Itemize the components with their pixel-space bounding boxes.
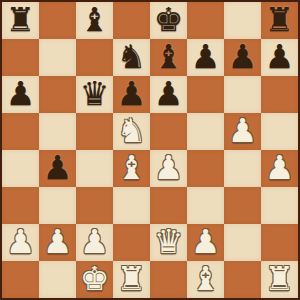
square-c5[interactable] (76, 113, 113, 150)
white-pawn-icon: ♟ (228, 114, 258, 147)
square-b8[interactable] (39, 2, 76, 39)
square-d8[interactable] (113, 2, 150, 39)
square-d2[interactable] (113, 224, 150, 261)
square-a3[interactable] (2, 187, 39, 224)
white-pawn-icon: ♟ (265, 151, 295, 184)
black-queen-icon: ♛ (80, 77, 110, 110)
white-queen-icon: ♛ (154, 225, 184, 258)
square-c4[interactable] (76, 150, 113, 187)
square-b3[interactable] (39, 187, 76, 224)
square-f4[interactable] (187, 150, 224, 187)
black-pawn-icon: ♟ (191, 40, 221, 73)
white-knight-icon: ♞ (117, 114, 147, 147)
square-c8[interactable]: ♝ (76, 2, 113, 39)
white-rook-icon: ♜ (117, 262, 147, 295)
square-a8[interactable]: ♜ (2, 2, 39, 39)
square-g7[interactable]: ♟ (224, 39, 261, 76)
square-d3[interactable] (113, 187, 150, 224)
chess-board: ♜♝♚♜♞♝♟♟♟♟♛♟♟♞♟♟♝♟♟♟♟♟♛♟♚♜♝♜ (0, 0, 300, 300)
square-h2[interactable] (261, 224, 298, 261)
black-bishop-icon: ♝ (154, 40, 184, 73)
square-f6[interactable] (187, 76, 224, 113)
white-pawn-icon: ♟ (80, 225, 110, 258)
square-b7[interactable] (39, 39, 76, 76)
square-g6[interactable] (224, 76, 261, 113)
square-e4[interactable]: ♟ (150, 150, 187, 187)
white-pawn-icon: ♟ (43, 225, 73, 258)
square-e3[interactable] (150, 187, 187, 224)
square-a2[interactable]: ♟ (2, 224, 39, 261)
square-d7[interactable]: ♞ (113, 39, 150, 76)
square-h8[interactable]: ♜ (261, 2, 298, 39)
square-a7[interactable] (2, 39, 39, 76)
square-b1[interactable] (39, 261, 76, 298)
black-pawn-icon: ♟ (6, 77, 36, 110)
square-a5[interactable] (2, 113, 39, 150)
square-f1[interactable]: ♝ (187, 261, 224, 298)
black-bishop-icon: ♝ (80, 3, 110, 36)
square-h5[interactable] (261, 113, 298, 150)
square-h4[interactable]: ♟ (261, 150, 298, 187)
square-g3[interactable] (224, 187, 261, 224)
white-pawn-icon: ♟ (6, 225, 36, 258)
square-h1[interactable]: ♜ (261, 261, 298, 298)
square-e7[interactable]: ♝ (150, 39, 187, 76)
square-f8[interactable] (187, 2, 224, 39)
black-pawn-icon: ♟ (43, 151, 73, 184)
square-h6[interactable] (261, 76, 298, 113)
white-pawn-icon: ♟ (191, 225, 221, 258)
square-c3[interactable] (76, 187, 113, 224)
square-h3[interactable] (261, 187, 298, 224)
square-f7[interactable]: ♟ (187, 39, 224, 76)
square-d1[interactable]: ♜ (113, 261, 150, 298)
black-knight-icon: ♞ (117, 40, 147, 73)
black-pawn-icon: ♟ (154, 77, 184, 110)
square-b6[interactable] (39, 76, 76, 113)
square-d5[interactable]: ♞ (113, 113, 150, 150)
square-e1[interactable] (150, 261, 187, 298)
black-pawn-icon: ♟ (117, 77, 147, 110)
black-pawn-icon: ♟ (265, 40, 295, 73)
black-rook-icon: ♜ (6, 3, 36, 36)
square-c6[interactable]: ♛ (76, 76, 113, 113)
square-a4[interactable] (2, 150, 39, 187)
square-h7[interactable]: ♟ (261, 39, 298, 76)
square-a1[interactable] (2, 261, 39, 298)
square-c2[interactable]: ♟ (76, 224, 113, 261)
square-f5[interactable] (187, 113, 224, 150)
black-king-icon: ♚ (154, 3, 184, 36)
square-e6[interactable]: ♟ (150, 76, 187, 113)
white-king-icon: ♚ (80, 262, 110, 295)
square-b5[interactable] (39, 113, 76, 150)
square-c1[interactable]: ♚ (76, 261, 113, 298)
square-f3[interactable] (187, 187, 224, 224)
white-pawn-icon: ♟ (154, 151, 184, 184)
square-g2[interactable] (224, 224, 261, 261)
square-d6[interactable]: ♟ (113, 76, 150, 113)
square-a6[interactable]: ♟ (2, 76, 39, 113)
square-e8[interactable]: ♚ (150, 2, 187, 39)
black-rook-icon: ♜ (265, 3, 295, 36)
square-b4[interactable]: ♟ (39, 150, 76, 187)
square-e2[interactable]: ♛ (150, 224, 187, 261)
square-e5[interactable] (150, 113, 187, 150)
square-g4[interactable] (224, 150, 261, 187)
square-g5[interactable]: ♟ (224, 113, 261, 150)
square-f2[interactable]: ♟ (187, 224, 224, 261)
square-c7[interactable] (76, 39, 113, 76)
white-bishop-icon: ♝ (117, 151, 147, 184)
white-rook-icon: ♜ (265, 262, 295, 295)
white-bishop-icon: ♝ (191, 262, 221, 295)
black-pawn-icon: ♟ (228, 40, 258, 73)
square-g1[interactable] (224, 261, 261, 298)
square-d4[interactable]: ♝ (113, 150, 150, 187)
square-g8[interactable] (224, 2, 261, 39)
square-b2[interactable]: ♟ (39, 224, 76, 261)
